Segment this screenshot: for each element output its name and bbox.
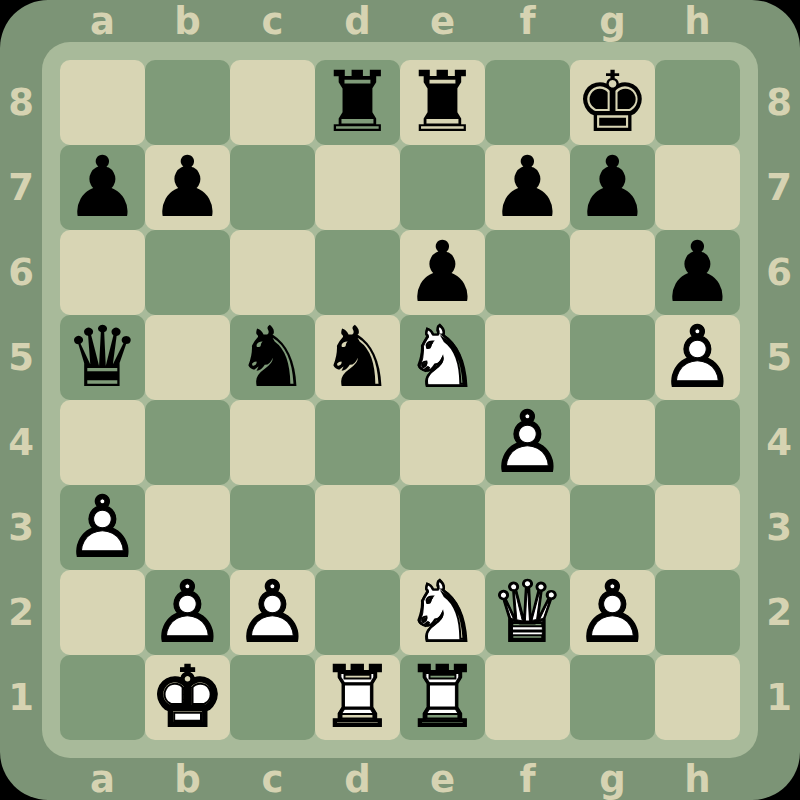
- square-c4[interactable]: [230, 400, 315, 485]
- square-d4[interactable]: [315, 400, 400, 485]
- file-labels-bottom: abcdefgh: [60, 758, 740, 800]
- rank-label-left-6: 6: [0, 230, 42, 315]
- file-label-bottom-c: c: [230, 758, 315, 800]
- square-a5[interactable]: ♛: [60, 315, 145, 400]
- rank-label-left-1: 1: [0, 655, 42, 740]
- square-f4[interactable]: ♟♙: [485, 400, 570, 485]
- file-label-top-f: f: [485, 0, 570, 42]
- square-b4[interactable]: [145, 400, 230, 485]
- white-piece-outline-glyph: ♙: [485, 400, 570, 485]
- square-a8[interactable]: [60, 60, 145, 145]
- square-b2[interactable]: ♟♙: [145, 570, 230, 655]
- white-piece-outline-glyph: ♙: [570, 570, 655, 655]
- square-h5[interactable]: ♟♙: [655, 315, 740, 400]
- black-knight-c5[interactable]: ♞: [230, 315, 315, 400]
- square-g2[interactable]: ♟♙: [570, 570, 655, 655]
- square-f3[interactable]: [485, 485, 570, 570]
- square-a6[interactable]: [60, 230, 145, 315]
- square-c5[interactable]: ♞: [230, 315, 315, 400]
- rank-label-right-6: 6: [758, 230, 800, 315]
- black-pawn-a7[interactable]: ♟: [60, 145, 145, 230]
- rank-label-right-1: 1: [758, 655, 800, 740]
- white-knight-e2[interactable]: ♞♘: [400, 570, 485, 655]
- rank-label-left-3: 3: [0, 485, 42, 570]
- white-rook-e1[interactable]: ♜♖: [400, 655, 485, 740]
- square-b6[interactable]: [145, 230, 230, 315]
- white-piece-outline-glyph: ♙: [230, 570, 315, 655]
- rank-label-left-5: 5: [0, 315, 42, 400]
- white-pawn-c2[interactable]: ♟♙: [230, 570, 315, 655]
- file-label-bottom-d: d: [315, 758, 400, 800]
- rank-label-right-8: 8: [758, 60, 800, 145]
- square-f2[interactable]: ♛♕: [485, 570, 570, 655]
- rank-label-left-7: 7: [0, 145, 42, 230]
- square-f5[interactable]: [485, 315, 570, 400]
- rank-label-right-3: 3: [758, 485, 800, 570]
- square-c1[interactable]: [230, 655, 315, 740]
- square-e7[interactable]: [400, 145, 485, 230]
- black-pawn-f7[interactable]: ♟: [485, 145, 570, 230]
- square-a3[interactable]: ♟♙: [60, 485, 145, 570]
- square-g5[interactable]: [570, 315, 655, 400]
- white-pawn-g2[interactable]: ♟♙: [570, 570, 655, 655]
- square-b3[interactable]: [145, 485, 230, 570]
- square-h1[interactable]: [655, 655, 740, 740]
- white-piece-outline-glyph: ♔: [145, 655, 230, 740]
- black-pawn-h6[interactable]: ♟: [655, 230, 740, 315]
- square-g7[interactable]: ♟: [570, 145, 655, 230]
- square-d5[interactable]: ♞: [315, 315, 400, 400]
- file-label-top-d: d: [315, 0, 400, 42]
- square-a7[interactable]: ♟: [60, 145, 145, 230]
- square-d7[interactable]: [315, 145, 400, 230]
- file-label-top-b: b: [145, 0, 230, 42]
- square-e2[interactable]: ♞♘: [400, 570, 485, 655]
- square-g1[interactable]: [570, 655, 655, 740]
- black-queen-a5[interactable]: ♛: [60, 315, 145, 400]
- white-piece-outline-glyph: ♙: [145, 570, 230, 655]
- file-label-top-h: h: [655, 0, 740, 42]
- white-piece-outline-glyph: ♙: [60, 485, 145, 570]
- square-b5[interactable]: [145, 315, 230, 400]
- black-piece-glyph: ♜: [315, 60, 400, 145]
- square-a4[interactable]: [60, 400, 145, 485]
- black-piece-glyph: ♟: [400, 230, 485, 315]
- white-pawn-f4[interactable]: ♟♙: [485, 400, 570, 485]
- black-piece-glyph: ♛: [60, 315, 145, 400]
- white-piece-outline-glyph: ♘: [400, 570, 485, 655]
- rank-label-right-4: 4: [758, 400, 800, 485]
- black-rook-d8[interactable]: ♜: [315, 60, 400, 145]
- file-label-bottom-a: a: [60, 758, 145, 800]
- black-piece-glyph: ♜: [400, 60, 485, 145]
- file-label-top-e: e: [400, 0, 485, 42]
- square-c3[interactable]: [230, 485, 315, 570]
- square-b1[interactable]: ♚♔: [145, 655, 230, 740]
- white-piece-outline-glyph: ♙: [655, 315, 740, 400]
- square-h8[interactable]: [655, 60, 740, 145]
- square-d1[interactable]: ♜♖: [315, 655, 400, 740]
- black-pawn-g7[interactable]: ♟: [570, 145, 655, 230]
- square-d3[interactable]: [315, 485, 400, 570]
- square-e8[interactable]: ♜: [400, 60, 485, 145]
- black-piece-glyph: ♟: [485, 145, 570, 230]
- white-piece-outline-glyph: ♘: [400, 315, 485, 400]
- square-e5[interactable]: ♞♘: [400, 315, 485, 400]
- black-rook-e8[interactable]: ♜: [400, 60, 485, 145]
- square-h7[interactable]: [655, 145, 740, 230]
- black-pawn-b7[interactable]: ♟: [145, 145, 230, 230]
- white-king-b1[interactable]: ♚♔: [145, 655, 230, 740]
- rank-label-right-5: 5: [758, 315, 800, 400]
- white-rook-d1[interactable]: ♜♖: [315, 655, 400, 740]
- black-king-g8[interactable]: ♚: [570, 60, 655, 145]
- file-label-top-c: c: [230, 0, 315, 42]
- white-piece-outline-glyph: ♕: [485, 570, 570, 655]
- white-knight-e5[interactable]: ♞♘: [400, 315, 485, 400]
- black-piece-glyph: ♚: [570, 60, 655, 145]
- square-c8[interactable]: [230, 60, 315, 145]
- white-pawn-b2[interactable]: ♟♙: [145, 570, 230, 655]
- square-f7[interactable]: ♟: [485, 145, 570, 230]
- square-f1[interactable]: [485, 655, 570, 740]
- square-e1[interactable]: ♜♖: [400, 655, 485, 740]
- square-g6[interactable]: [570, 230, 655, 315]
- black-piece-glyph: ♞: [315, 315, 400, 400]
- rank-label-right-7: 7: [758, 145, 800, 230]
- square-g4[interactable]: [570, 400, 655, 485]
- white-piece-outline-glyph: ♖: [400, 655, 485, 740]
- white-pawn-h5[interactable]: ♟♙: [655, 315, 740, 400]
- rank-labels-right: 87654321: [758, 60, 800, 740]
- chess-board: ♜♜♚♟♟♟♟♟♟♛♞♞♞♘♟♙♟♙♟♙♟♙♟♙♞♘♛♕♟♙♚♔♜♖♜♖: [60, 60, 740, 740]
- square-d8[interactable]: ♜: [315, 60, 400, 145]
- square-g8[interactable]: ♚: [570, 60, 655, 145]
- white-queen-f2[interactable]: ♛♕: [485, 570, 570, 655]
- file-label-bottom-e: e: [400, 758, 485, 800]
- black-knight-d5[interactable]: ♞: [315, 315, 400, 400]
- square-h6[interactable]: ♟: [655, 230, 740, 315]
- square-e4[interactable]: [400, 400, 485, 485]
- square-d2[interactable]: [315, 570, 400, 655]
- square-b7[interactable]: ♟: [145, 145, 230, 230]
- file-label-top-a: a: [60, 0, 145, 42]
- square-f8[interactable]: [485, 60, 570, 145]
- square-c7[interactable]: [230, 145, 315, 230]
- black-piece-glyph: ♟: [145, 145, 230, 230]
- square-a2[interactable]: [60, 570, 145, 655]
- black-piece-glyph: ♟: [655, 230, 740, 315]
- square-h2[interactable]: [655, 570, 740, 655]
- square-e6[interactable]: ♟: [400, 230, 485, 315]
- black-pawn-e6[interactable]: ♟: [400, 230, 485, 315]
- file-label-top-g: g: [570, 0, 655, 42]
- file-label-bottom-h: h: [655, 758, 740, 800]
- file-label-bottom-b: b: [145, 758, 230, 800]
- rank-label-left-8: 8: [0, 60, 42, 145]
- square-g3[interactable]: [570, 485, 655, 570]
- white-pawn-a3[interactable]: ♟♙: [60, 485, 145, 570]
- square-e3[interactable]: [400, 485, 485, 570]
- white-piece-outline-glyph: ♖: [315, 655, 400, 740]
- rank-label-right-2: 2: [758, 570, 800, 655]
- square-b8[interactable]: [145, 60, 230, 145]
- chess-board-app: abcdefgh abcdefgh 87654321 87654321 ♜♜♚♟…: [0, 0, 800, 800]
- square-a1[interactable]: [60, 655, 145, 740]
- black-piece-glyph: ♟: [570, 145, 655, 230]
- square-h4[interactable]: [655, 400, 740, 485]
- square-f6[interactable]: [485, 230, 570, 315]
- square-d6[interactable]: [315, 230, 400, 315]
- rank-labels-left: 87654321: [0, 60, 42, 740]
- file-label-bottom-g: g: [570, 758, 655, 800]
- rank-label-left-2: 2: [0, 570, 42, 655]
- file-labels-top: abcdefgh: [60, 0, 740, 42]
- square-c2[interactable]: ♟♙: [230, 570, 315, 655]
- file-label-bottom-f: f: [485, 758, 570, 800]
- square-h3[interactable]: [655, 485, 740, 570]
- square-c6[interactable]: [230, 230, 315, 315]
- black-piece-glyph: ♞: [230, 315, 315, 400]
- rank-label-left-4: 4: [0, 400, 42, 485]
- black-piece-glyph: ♟: [60, 145, 145, 230]
